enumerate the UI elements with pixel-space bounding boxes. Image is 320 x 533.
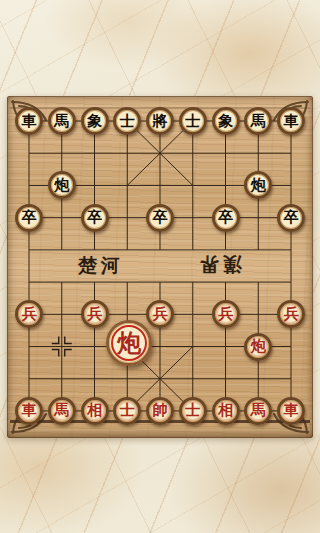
piece-black-r3c8[interactable]: 卒	[277, 204, 305, 232]
piece-red-r9c6[interactable]: 相	[212, 397, 240, 425]
piece-black-r0c5[interactable]: 士	[179, 107, 207, 135]
piece-black-r3c0[interactable]: 卒	[15, 204, 43, 232]
piece-black-r0c7[interactable]: 馬	[244, 107, 272, 135]
piece-black-r2c7[interactable]: 炮	[244, 171, 272, 199]
piece-red-r9c5[interactable]: 士	[179, 397, 207, 425]
pieces-layer: 車馬象士將士象馬車炮炮卒卒卒卒卒兵兵兵兵兵炮炮車馬相士帥士相馬車	[7, 96, 313, 438]
piece-black-r3c4[interactable]: 卒	[146, 204, 174, 232]
piece-red-r7c7[interactable]: 炮	[244, 333, 272, 361]
piece-red-r6c0[interactable]: 兵	[15, 300, 43, 328]
piece-red-r6c8[interactable]: 兵	[277, 300, 305, 328]
piece-red-r6c6[interactable]: 兵	[212, 300, 240, 328]
piece-black-r2c1[interactable]: 炮	[48, 171, 76, 199]
piece-red-r9c7[interactable]: 馬	[244, 397, 272, 425]
piece-red-r9c1[interactable]: 馬	[48, 397, 76, 425]
piece-red-r9c4[interactable]: 帥	[146, 397, 174, 425]
piece-black-r3c6[interactable]: 卒	[212, 204, 240, 232]
piece-red-r7c3-selected[interactable]: 炮	[106, 320, 152, 366]
piece-red-r9c0[interactable]: 車	[15, 397, 43, 425]
game-screen: 楚河 漢界 車馬象士將士象馬車炮炮卒卒卒卒卒兵兵兵兵兵炮炮車馬相士帥士相馬車	[0, 0, 320, 533]
piece-black-r0c0[interactable]: 車	[15, 107, 43, 135]
piece-black-r0c3[interactable]: 士	[113, 107, 141, 135]
piece-black-r0c2[interactable]: 象	[81, 107, 109, 135]
piece-red-r6c4[interactable]: 兵	[146, 300, 174, 328]
piece-black-r0c1[interactable]: 馬	[48, 107, 76, 135]
piece-red-r9c2[interactable]: 相	[81, 397, 109, 425]
piece-black-r0c6[interactable]: 象	[212, 107, 240, 135]
piece-red-r6c2[interactable]: 兵	[81, 300, 109, 328]
piece-red-r9c8[interactable]: 車	[277, 397, 305, 425]
piece-black-r0c4[interactable]: 將	[146, 107, 174, 135]
piece-red-r9c3[interactable]: 士	[113, 397, 141, 425]
piece-black-r3c2[interactable]: 卒	[81, 204, 109, 232]
piece-black-r0c8[interactable]: 車	[277, 107, 305, 135]
xiangqi-board[interactable]: 楚河 漢界 車馬象士將士象馬車炮炮卒卒卒卒卒兵兵兵兵兵炮炮車馬相士帥士相馬車	[7, 96, 313, 438]
